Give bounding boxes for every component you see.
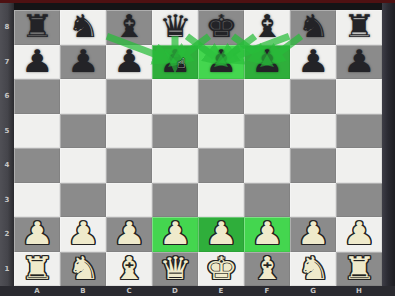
square-d4[interactable] [152, 148, 198, 183]
square-c2[interactable]: ♟ [106, 217, 152, 252]
rank-label-8: 8 [0, 10, 14, 45]
rank-label-2: 2 [0, 217, 14, 252]
square-c7[interactable]: ♟ [106, 45, 152, 80]
piece-black-knight-b8[interactable]: ♞ [67, 12, 100, 43]
file-label-h: H [336, 286, 382, 296]
square-h1[interactable]: ♜ [336, 252, 382, 287]
rank-label-4: 4 [0, 148, 14, 183]
window-right-edge [382, 3, 395, 296]
rank-label-5: 5 [0, 114, 14, 149]
square-e1[interactable]: ♚ [198, 252, 244, 287]
square-b4[interactable] [60, 148, 106, 183]
square-b2[interactable]: ♟ [60, 217, 106, 252]
square-b1[interactable]: ♞ [60, 252, 106, 287]
square-b5[interactable] [60, 114, 106, 149]
square-a5[interactable] [14, 114, 60, 149]
file-label-f: F [244, 286, 290, 296]
square-a3[interactable] [14, 183, 60, 218]
piece-white-pawn-e2[interactable]: ♟ [205, 219, 238, 250]
square-a6[interactable] [14, 79, 60, 114]
square-d3[interactable] [152, 183, 198, 218]
piece-black-queen-d8[interactable]: ♛ [159, 12, 192, 43]
square-c3[interactable] [106, 183, 152, 218]
piece-black-pawn-h7[interactable]: ♟ [343, 46, 376, 77]
square-e5[interactable] [198, 114, 244, 149]
square-h5[interactable] [336, 114, 382, 149]
square-h6[interactable] [336, 79, 382, 114]
piece-black-pawn-g7[interactable]: ♟ [297, 46, 330, 77]
square-f2[interactable]: ♟ [244, 217, 290, 252]
square-d1[interactable]: ♛ [152, 252, 198, 287]
rank-labels: 87654321 [0, 10, 14, 286]
square-g5[interactable] [290, 114, 336, 149]
square-g4[interactable] [290, 148, 336, 183]
square-d7[interactable]: ♟ [152, 45, 198, 80]
square-e4[interactable] [198, 148, 244, 183]
piece-white-king-e1[interactable]: ♚ [205, 253, 238, 284]
file-label-c: C [106, 286, 152, 296]
square-h8[interactable]: ♜ [336, 10, 382, 45]
piece-white-rook-h1[interactable]: ♜ [343, 253, 376, 284]
square-c6[interactable] [106, 79, 152, 114]
square-d8[interactable]: ♛ [152, 10, 198, 45]
chess-app-window: 87654321 ABCDEFGH ♜♞♝♛♚♝♞♜♟♟♟♟♟♟♟♟♟♟♟♟♟♟… [0, 0, 395, 296]
file-label-d: D [152, 286, 198, 296]
window-top-accent-line [0, 0, 395, 3]
square-g6[interactable] [290, 79, 336, 114]
piece-white-pawn-g2[interactable]: ♟ [297, 219, 330, 250]
square-d5[interactable] [152, 114, 198, 149]
piece-black-pawn-d7[interactable]: ♟ [159, 46, 192, 77]
piece-black-king-e8[interactable]: ♚ [205, 12, 238, 43]
square-e2[interactable]: ♟ [198, 217, 244, 252]
square-c8[interactable]: ♝ [106, 10, 152, 45]
square-h2[interactable]: ♟ [336, 217, 382, 252]
square-h7[interactable]: ♟ [336, 45, 382, 80]
piece-white-pawn-b2[interactable]: ♟ [67, 219, 100, 250]
square-f6[interactable] [244, 79, 290, 114]
square-e7[interactable]: ♟ [198, 45, 244, 80]
piece-black-pawn-c7[interactable]: ♟ [113, 46, 146, 77]
file-label-a: A [14, 286, 60, 296]
piece-white-pawn-d2[interactable]: ♟ [159, 219, 192, 250]
square-c1[interactable]: ♝ [106, 252, 152, 287]
square-h3[interactable] [336, 183, 382, 218]
square-g3[interactable] [290, 183, 336, 218]
square-a1[interactable]: ♜ [14, 252, 60, 287]
piece-white-pawn-a2[interactable]: ♟ [21, 219, 54, 250]
rank-label-1: 1 [0, 252, 14, 287]
square-b7[interactable]: ♟ [60, 45, 106, 80]
rank-label-6: 6 [0, 79, 14, 114]
piece-black-bishop-f8[interactable]: ♝ [251, 12, 284, 43]
file-label-g: G [290, 286, 336, 296]
piece-black-bishop-c8[interactable]: ♝ [113, 12, 146, 43]
piece-white-bishop-f1[interactable]: ♝ [251, 253, 284, 284]
rank-label-3: 3 [0, 183, 14, 218]
piece-black-pawn-e7[interactable]: ♟ [205, 46, 238, 77]
piece-black-pawn-a7[interactable]: ♟ [21, 46, 54, 77]
rank-label-7: 7 [0, 45, 14, 80]
square-a2[interactable]: ♟ [14, 217, 60, 252]
piece-white-knight-g1[interactable]: ♞ [297, 253, 330, 284]
square-b6[interactable] [60, 79, 106, 114]
piece-white-rook-a1[interactable]: ♜ [21, 253, 54, 284]
square-f5[interactable] [244, 114, 290, 149]
square-g7[interactable]: ♟ [290, 45, 336, 80]
square-b8[interactable]: ♞ [60, 10, 106, 45]
square-g2[interactable]: ♟ [290, 217, 336, 252]
square-f8[interactable]: ♝ [244, 10, 290, 45]
piece-white-knight-b1[interactable]: ♞ [67, 253, 100, 284]
piece-black-knight-g8[interactable]: ♞ [297, 12, 330, 43]
piece-white-bishop-c1[interactable]: ♝ [113, 253, 146, 284]
piece-white-pawn-c2[interactable]: ♟ [113, 219, 146, 250]
piece-black-pawn-f7[interactable]: ♟ [251, 46, 284, 77]
square-e8[interactable]: ♚ [198, 10, 244, 45]
square-e6[interactable] [198, 79, 244, 114]
square-a7[interactable]: ♟ [14, 45, 60, 80]
square-d6[interactable] [152, 79, 198, 114]
piece-black-pawn-b7[interactable]: ♟ [67, 46, 100, 77]
square-f7[interactable]: ♟ [244, 45, 290, 80]
square-d2[interactable]: ♟ [152, 217, 198, 252]
piece-white-queen-d1[interactable]: ♛ [159, 253, 192, 284]
file-label-e: E [198, 286, 244, 296]
piece-white-pawn-h2[interactable]: ♟ [343, 219, 376, 250]
square-f4[interactable] [244, 148, 290, 183]
square-f1[interactable]: ♝ [244, 252, 290, 287]
piece-black-rook-h8[interactable]: ♜ [343, 12, 376, 43]
square-f3[interactable] [244, 183, 290, 218]
square-a8[interactable]: ♜ [14, 10, 60, 45]
square-c5[interactable] [106, 114, 152, 149]
square-b3[interactable] [60, 183, 106, 218]
file-labels: ABCDEFGH [14, 286, 382, 296]
piece-black-rook-a8[interactable]: ♜ [21, 12, 54, 43]
piece-white-pawn-f2[interactable]: ♟ [251, 219, 284, 250]
square-a4[interactable] [14, 148, 60, 183]
square-e3[interactable] [198, 183, 244, 218]
square-g8[interactable]: ♞ [290, 10, 336, 45]
file-label-b: B [60, 286, 106, 296]
square-h4[interactable] [336, 148, 382, 183]
square-g1[interactable]: ♞ [290, 252, 336, 287]
square-c4[interactable] [106, 148, 152, 183]
chess-board[interactable]: ♜♞♝♛♚♝♞♜♟♟♟♟♟♟♟♟♟♟♟♟♟♟♟♟♜♞♝♛♚♝♞♜ [14, 10, 382, 286]
